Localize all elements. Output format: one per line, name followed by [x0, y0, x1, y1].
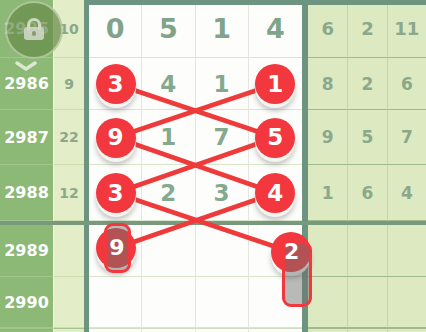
lock-icon [24, 18, 44, 40]
winning-number-marker[interactable]: 5 [255, 118, 295, 158]
lottery-trend-chart-screen: 2985100514621129869418262987221795729881… [0, 0, 426, 332]
markers-layer: 31953492 [0, 0, 426, 332]
lock-badge[interactable] [5, 1, 63, 59]
marker-number: 4 [267, 182, 283, 205]
winning-number-marker[interactable]: 3 [96, 64, 136, 104]
marker-number: 2 [284, 239, 299, 264]
marker-number: 1 [267, 73, 283, 96]
marker-number: 9 [109, 235, 124, 260]
marker-number: 9 [108, 126, 124, 149]
winning-number-marker[interactable]: 1 [255, 64, 295, 104]
chevron-down-icon[interactable] [14, 61, 38, 71]
winning-number-marker[interactable]: 9 [96, 118, 136, 158]
winning-number-marker[interactable]: 3 [96, 173, 136, 213]
winning-number-marker[interactable]: 4 [255, 173, 295, 213]
marker-number: 5 [267, 126, 283, 149]
marker-number: 3 [108, 182, 124, 205]
marker-number: 3 [108, 73, 124, 96]
